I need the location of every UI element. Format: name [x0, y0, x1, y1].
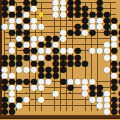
intersection-7-18[interactable]	[52, 108, 59, 114]
intersection-6-18[interactable]	[45, 108, 52, 114]
star-point	[26, 92, 28, 94]
intersection-9-18[interactable]	[67, 108, 74, 114]
star-point	[69, 92, 71, 94]
intersection-4-18[interactable]	[30, 108, 37, 114]
intersection-3-18[interactable]	[23, 108, 30, 114]
star-point	[113, 92, 115, 94]
white-stone: ●	[103, 108, 110, 114]
intersection-11-18[interactable]	[81, 108, 88, 114]
black-stone: ●	[111, 108, 118, 114]
intersection-10-18[interactable]	[74, 108, 81, 114]
intersection-12-18[interactable]	[89, 108, 96, 114]
stones-grid[interactable]: ●●●●●●●●●●●●●●●●●●●●●●●●●●●●●●●●●●●●●●●●…	[1, 0, 119, 114]
black-stone: ●	[8, 108, 15, 114]
intersection-13-18[interactable]	[96, 108, 103, 114]
star-point	[69, 19, 71, 21]
intersection-0-18[interactable]: ●	[1, 108, 8, 114]
intersection-16-18[interactable]: ●	[118, 108, 120, 114]
go-board: ●●●●●●●●●●●●●●●●●●●●●●●●●●●●●●●●●●●●●●●●…	[0, 0, 120, 119]
board-bottom-edge	[0, 115, 120, 120]
black-stone: ●	[118, 108, 120, 114]
black-stone: ●	[1, 108, 8, 114]
intersection-1-18[interactable]: ●	[8, 108, 15, 114]
intersection-5-18[interactable]	[37, 108, 44, 114]
last-move-marker	[39, 12, 44, 17]
intersection-2-18[interactable]	[16, 108, 23, 114]
intersection-14-18[interactable]: ●	[103, 108, 110, 114]
intersection-15-18[interactable]: ●	[111, 108, 118, 114]
intersection-8-18[interactable]	[59, 108, 66, 114]
